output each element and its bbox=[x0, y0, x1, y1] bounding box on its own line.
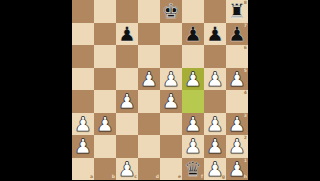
black-queen[interactable]: ♛ bbox=[184, 158, 202, 180]
square-a4[interactable] bbox=[72, 90, 94, 113]
square-c4[interactable]: ♟ bbox=[116, 90, 138, 113]
square-e2[interactable] bbox=[160, 135, 182, 158]
square-c3[interactable] bbox=[116, 113, 138, 136]
white-pawn[interactable]: ♟ bbox=[162, 68, 180, 90]
square-h2[interactable]: ♟2 bbox=[226, 135, 248, 158]
letterbox-right bbox=[248, 0, 320, 180]
square-h8[interactable]: ♜8 bbox=[226, 0, 248, 23]
square-e4[interactable]: ♟ bbox=[160, 90, 182, 113]
square-a6[interactable] bbox=[72, 45, 94, 68]
square-f3[interactable]: ♟ bbox=[182, 113, 204, 136]
square-d3[interactable] bbox=[138, 113, 160, 136]
square-d6[interactable] bbox=[138, 45, 160, 68]
white-pawn[interactable]: ♟ bbox=[228, 135, 246, 157]
white-pawn[interactable]: ♟ bbox=[228, 68, 246, 90]
white-pawn[interactable]: ♟ bbox=[118, 158, 136, 180]
square-e1[interactable]: e bbox=[160, 158, 182, 181]
square-g5[interactable]: ♟ bbox=[204, 68, 226, 91]
square-h5[interactable]: ♟5 bbox=[226, 68, 248, 91]
white-pawn[interactable]: ♟ bbox=[228, 113, 246, 135]
black-pawn[interactable]: ♟ bbox=[206, 23, 224, 45]
square-b1[interactable]: b bbox=[94, 158, 116, 181]
white-pawn[interactable]: ♟ bbox=[74, 113, 92, 135]
square-d5[interactable]: ♟ bbox=[138, 68, 160, 91]
square-h4[interactable]: 4 bbox=[226, 90, 248, 113]
square-a5[interactable] bbox=[72, 68, 94, 91]
square-c7[interactable]: ♟ bbox=[116, 23, 138, 46]
white-pawn[interactable]: ♟ bbox=[184, 135, 202, 157]
black-pawn[interactable]: ♟ bbox=[118, 23, 136, 45]
square-a8[interactable] bbox=[72, 0, 94, 23]
white-pawn[interactable]: ♟ bbox=[206, 158, 224, 180]
white-pawn[interactable]: ♟ bbox=[206, 68, 224, 90]
coord-file-a: a bbox=[90, 175, 93, 180]
square-e8[interactable]: ♚ bbox=[160, 0, 182, 23]
letterbox-left bbox=[0, 0, 72, 180]
square-a3[interactable]: ♟ bbox=[72, 113, 94, 136]
white-pawn[interactable]: ♟ bbox=[74, 135, 92, 157]
square-c1[interactable]: ♟c bbox=[116, 158, 138, 181]
square-g7[interactable]: ♟ bbox=[204, 23, 226, 46]
white-pawn[interactable]: ♟ bbox=[184, 113, 202, 135]
white-pawn[interactable]: ♟ bbox=[96, 113, 114, 135]
coord-rank-6: 6 bbox=[244, 46, 247, 51]
square-d4[interactable] bbox=[138, 90, 160, 113]
square-h6[interactable]: 6 bbox=[226, 45, 248, 68]
white-pawn[interactable]: ♟ bbox=[206, 113, 224, 135]
square-e7[interactable] bbox=[160, 23, 182, 46]
black-king[interactable]: ♚ bbox=[162, 0, 180, 22]
black-rook[interactable]: ♜ bbox=[228, 0, 246, 22]
coord-file-b: b bbox=[112, 175, 115, 180]
square-g6[interactable] bbox=[204, 45, 226, 68]
white-pawn[interactable]: ♟ bbox=[228, 158, 246, 180]
white-pawn[interactable]: ♟ bbox=[140, 68, 158, 90]
square-f8[interactable] bbox=[182, 0, 204, 23]
square-d8[interactable] bbox=[138, 0, 160, 23]
square-b2[interactable] bbox=[94, 135, 116, 158]
square-h3[interactable]: ♟3 bbox=[226, 113, 248, 136]
white-pawn[interactable]: ♟ bbox=[184, 68, 202, 90]
square-a1[interactable]: a bbox=[72, 158, 94, 181]
square-e5[interactable]: ♟ bbox=[160, 68, 182, 91]
square-d7[interactable] bbox=[138, 23, 160, 46]
square-b8[interactable] bbox=[94, 0, 116, 23]
square-f2[interactable]: ♟ bbox=[182, 135, 204, 158]
square-g2[interactable]: ♟ bbox=[204, 135, 226, 158]
white-pawn[interactable]: ♟ bbox=[162, 90, 180, 112]
square-c5[interactable] bbox=[116, 68, 138, 91]
coord-file-d: d bbox=[156, 175, 159, 180]
square-d1[interactable]: d bbox=[138, 158, 160, 181]
square-b5[interactable] bbox=[94, 68, 116, 91]
square-d2[interactable] bbox=[138, 135, 160, 158]
square-e3[interactable] bbox=[160, 113, 182, 136]
square-a7[interactable] bbox=[72, 23, 94, 46]
black-pawn[interactable]: ♟ bbox=[228, 23, 246, 45]
square-g8[interactable] bbox=[204, 0, 226, 23]
square-f4[interactable] bbox=[182, 90, 204, 113]
square-b3[interactable]: ♟ bbox=[94, 113, 116, 136]
square-c6[interactable] bbox=[116, 45, 138, 68]
square-g4[interactable] bbox=[204, 90, 226, 113]
square-f6[interactable] bbox=[182, 45, 204, 68]
square-f5[interactable]: ♟ bbox=[182, 68, 204, 91]
square-h7[interactable]: ♟7 bbox=[226, 23, 248, 46]
square-h1[interactable]: ♟h1 bbox=[226, 158, 248, 181]
square-a2[interactable]: ♟ bbox=[72, 135, 94, 158]
square-c2[interactable] bbox=[116, 135, 138, 158]
chess-board: ♚♜8♟♟♟♟76♟♟♟♟♟5♟♟4♟♟♟♟♟3♟♟♟♟2ab♟cde♛f♟g♟… bbox=[72, 0, 248, 180]
coord-rank-4: 4 bbox=[244, 91, 247, 96]
square-b4[interactable] bbox=[94, 90, 116, 113]
square-f1[interactable]: ♛f bbox=[182, 158, 204, 181]
square-c8[interactable] bbox=[116, 0, 138, 23]
coord-file-e: e bbox=[178, 175, 181, 180]
white-pawn[interactable]: ♟ bbox=[206, 135, 224, 157]
square-b6[interactable] bbox=[94, 45, 116, 68]
white-pawn[interactable]: ♟ bbox=[118, 90, 136, 112]
square-b7[interactable] bbox=[94, 23, 116, 46]
square-g1[interactable]: ♟g bbox=[204, 158, 226, 181]
video-frame: ♚♜8♟♟♟♟76♟♟♟♟♟5♟♟4♟♟♟♟♟3♟♟♟♟2ab♟cde♛f♟g♟… bbox=[0, 0, 320, 180]
black-pawn[interactable]: ♟ bbox=[184, 23, 202, 45]
square-g3[interactable]: ♟ bbox=[204, 113, 226, 136]
square-e6[interactable] bbox=[160, 45, 182, 68]
square-f7[interactable]: ♟ bbox=[182, 23, 204, 46]
